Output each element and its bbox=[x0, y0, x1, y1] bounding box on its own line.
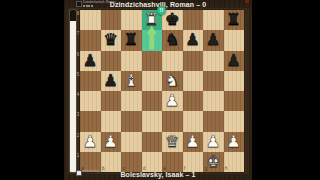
piece-white-pawn[interactable]: ♟ bbox=[103, 132, 118, 152]
piece-black-knight[interactable]: ♞ bbox=[165, 30, 180, 50]
piece-black-rook[interactable]: ♜ bbox=[226, 10, 241, 30]
piece-white-bishop[interactable]: ♝ bbox=[124, 71, 139, 91]
square-e4[interactable]: ♟ bbox=[162, 91, 183, 111]
piece-white-knight[interactable]: ♞ bbox=[165, 71, 180, 91]
piece-white-pawn[interactable]: ♟ bbox=[206, 132, 221, 152]
square-e2[interactable]: ♛ bbox=[162, 132, 183, 152]
piece-white-pawn[interactable]: ♟ bbox=[226, 132, 241, 152]
square-h8[interactable]: ♜ bbox=[224, 10, 245, 30]
captured-pieces-row bbox=[83, 5, 116, 7]
piece-black-pawn[interactable]: ♟ bbox=[226, 51, 241, 71]
top-player-tag: Dzindzichashvili, Roman bbox=[76, 1, 116, 7]
square-g1[interactable]: ♚ bbox=[203, 152, 224, 172]
square-h6[interactable]: ♟ bbox=[224, 51, 245, 71]
square-g7[interactable]: ♟ bbox=[203, 30, 224, 50]
piece-white-king[interactable]: ♚ bbox=[206, 152, 221, 172]
square-h2[interactable]: ♟ bbox=[224, 132, 245, 152]
piece-black-pawn[interactable]: ♟ bbox=[206, 30, 221, 50]
square-b5[interactable]: ♟ bbox=[101, 71, 122, 91]
piece-black-pawn[interactable]: ♟ bbox=[185, 30, 200, 50]
piece-black-pawn[interactable]: ♟ bbox=[103, 71, 118, 91]
square-a6[interactable]: ♟ bbox=[80, 51, 101, 71]
piece-black-queen[interactable]: ♛ bbox=[103, 30, 118, 50]
piece-white-queen[interactable]: ♛ bbox=[165, 132, 180, 152]
square-a2[interactable]: ♟ bbox=[80, 132, 101, 152]
piece-white-pawn[interactable]: ♟ bbox=[185, 132, 200, 152]
record-indicator bbox=[245, 0, 249, 3]
piece-black-rook[interactable]: ♜ bbox=[124, 30, 139, 50]
square-b2[interactable]: ♟ bbox=[101, 132, 122, 152]
square-c5[interactable]: ♝ bbox=[121, 71, 142, 91]
square-c7[interactable]: ♜ bbox=[121, 30, 142, 50]
brilliant-move-badge: !! bbox=[157, 6, 166, 15]
piece-white-pawn[interactable]: ♟ bbox=[165, 91, 180, 111]
piece-black-pawn[interactable]: ♟ bbox=[83, 51, 98, 71]
square-f7[interactable]: ♟ bbox=[183, 30, 204, 50]
piece-black-king[interactable]: ♚ bbox=[165, 10, 180, 30]
video-frame: Dzindzichashvili, Roman – 0 Dzindzichash… bbox=[0, 0, 320, 180]
piece-white-pawn[interactable]: ♟ bbox=[83, 132, 98, 152]
black-player-avatar bbox=[76, 1, 82, 7]
square-e7[interactable]: ♞ bbox=[162, 30, 183, 50]
square-e5[interactable]: ♞ bbox=[162, 71, 183, 91]
square-f2[interactable]: ♟ bbox=[183, 132, 204, 152]
square-g2[interactable]: ♟ bbox=[203, 132, 224, 152]
square-b7[interactable]: ♛ bbox=[101, 30, 122, 50]
